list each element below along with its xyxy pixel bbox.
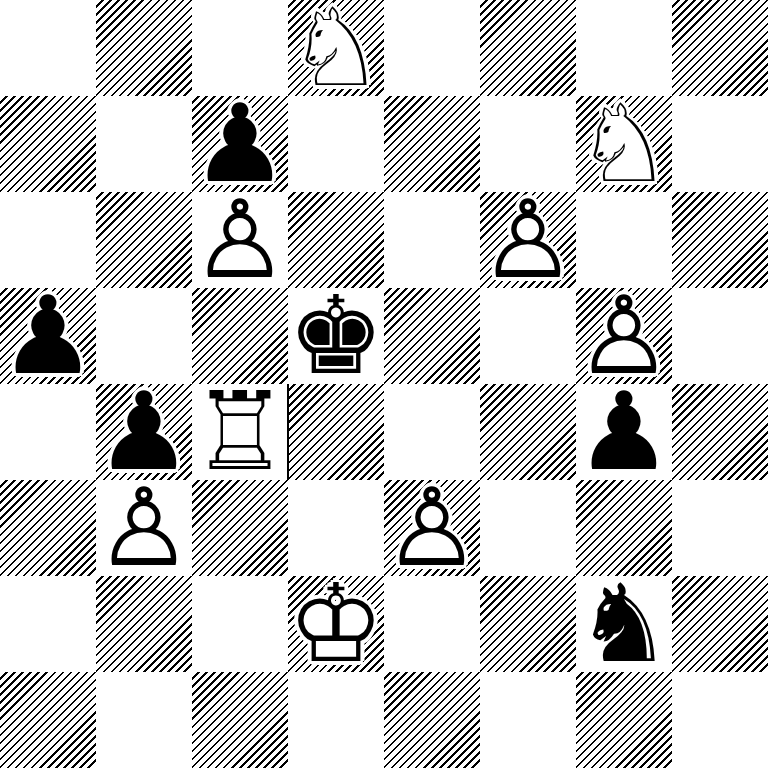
white-rook-halo: ♜ — [192, 384, 288, 480]
square-h8[interactable] — [672, 0, 768, 96]
white-knight-halo: ♞ — [576, 96, 672, 192]
square-c3[interactable] — [192, 480, 288, 576]
white-pawn-piece: ♙ — [576, 288, 672, 384]
chess-board: ♞♘♟♟♞♘♟♙♟♙♟♟♚♚♟♙♟♟♜♖♟♟♟♙♟♙♚♔♞♞ — [0, 0, 768, 768]
white-pawn-piece: ♙ — [96, 480, 192, 576]
square-a7[interactable] — [0, 96, 96, 192]
square-g4[interactable]: ♟♟ — [576, 384, 672, 480]
square-f5[interactable] — [480, 288, 576, 384]
square-a8[interactable] — [0, 0, 96, 96]
white-knight-piece: ♘ — [576, 96, 672, 192]
black-king-halo: ♚ — [288, 288, 384, 384]
square-c7[interactable]: ♟♟ — [192, 96, 288, 192]
artifact-line — [287, 384, 289, 480]
square-b6[interactable] — [96, 192, 192, 288]
square-f2[interactable] — [480, 576, 576, 672]
square-g1[interactable] — [576, 672, 672, 768]
square-a3[interactable] — [0, 480, 96, 576]
square-f1[interactable] — [480, 672, 576, 768]
black-pawn-halo: ♟ — [576, 384, 672, 480]
black-king-piece: ♚ — [288, 288, 384, 384]
square-e7[interactable] — [384, 96, 480, 192]
square-h6[interactable] — [672, 192, 768, 288]
white-pawn-halo: ♟ — [192, 192, 288, 288]
square-d3[interactable] — [288, 480, 384, 576]
square-f7[interactable] — [480, 96, 576, 192]
square-d2[interactable]: ♚♔ — [288, 576, 384, 672]
square-e3[interactable]: ♟♙ — [384, 480, 480, 576]
white-rook-piece: ♖ — [192, 384, 288, 480]
square-c4[interactable]: ♜♖ — [192, 384, 288, 480]
square-a2[interactable] — [0, 576, 96, 672]
square-b2[interactable] — [96, 576, 192, 672]
square-d4[interactable] — [288, 384, 384, 480]
square-h1[interactable] — [672, 672, 768, 768]
square-b4[interactable]: ♟♟ — [96, 384, 192, 480]
black-knight-halo: ♞ — [576, 576, 672, 672]
square-f8[interactable] — [480, 0, 576, 96]
white-pawn-halo: ♟ — [96, 480, 192, 576]
black-pawn-piece: ♟ — [576, 384, 672, 480]
square-e4[interactable] — [384, 384, 480, 480]
square-g2[interactable]: ♞♞ — [576, 576, 672, 672]
square-a4[interactable] — [0, 384, 96, 480]
square-b5[interactable] — [96, 288, 192, 384]
square-f4[interactable] — [480, 384, 576, 480]
square-f3[interactable] — [480, 480, 576, 576]
white-king-halo: ♚ — [288, 576, 384, 672]
black-pawn-piece: ♟ — [192, 96, 288, 192]
black-pawn-piece: ♟ — [96, 384, 192, 480]
square-a1[interactable] — [0, 672, 96, 768]
square-d5[interactable]: ♚♚ — [288, 288, 384, 384]
white-pawn-halo: ♟ — [480, 192, 576, 288]
square-d6[interactable] — [288, 192, 384, 288]
square-c2[interactable] — [192, 576, 288, 672]
square-e1[interactable] — [384, 672, 480, 768]
square-g8[interactable] — [576, 0, 672, 96]
square-c1[interactable] — [192, 672, 288, 768]
square-b1[interactable] — [96, 672, 192, 768]
square-b8[interactable] — [96, 0, 192, 96]
square-e2[interactable] — [384, 576, 480, 672]
square-h2[interactable] — [672, 576, 768, 672]
white-king-piece: ♔ — [288, 576, 384, 672]
square-h3[interactable] — [672, 480, 768, 576]
square-b3[interactable]: ♟♙ — [96, 480, 192, 576]
black-knight-piece: ♞ — [576, 576, 672, 672]
black-pawn-halo: ♟ — [96, 384, 192, 480]
square-e8[interactable] — [384, 0, 480, 96]
white-pawn-piece: ♙ — [384, 480, 480, 576]
black-pawn-piece: ♟ — [0, 288, 96, 384]
white-pawn-piece: ♙ — [192, 192, 288, 288]
square-d8[interactable]: ♞♘ — [288, 0, 384, 96]
square-h7[interactable] — [672, 96, 768, 192]
square-d1[interactable] — [288, 672, 384, 768]
square-a5[interactable]: ♟♟ — [0, 288, 96, 384]
black-pawn-halo: ♟ — [192, 96, 288, 192]
square-e5[interactable] — [384, 288, 480, 384]
white-pawn-piece: ♙ — [480, 192, 576, 288]
square-a6[interactable] — [0, 192, 96, 288]
white-knight-halo: ♞ — [288, 0, 384, 96]
chess-board-container: ♞♘♟♟♞♘♟♙♟♙♟♟♚♚♟♙♟♟♜♖♟♟♟♙♟♙♚♔♞♞ — [0, 0, 768, 768]
square-h5[interactable] — [672, 288, 768, 384]
white-pawn-halo: ♟ — [384, 480, 480, 576]
square-h4[interactable] — [672, 384, 768, 480]
square-g6[interactable] — [576, 192, 672, 288]
square-d7[interactable] — [288, 96, 384, 192]
square-c5[interactable] — [192, 288, 288, 384]
square-b7[interactable] — [96, 96, 192, 192]
square-g3[interactable] — [576, 480, 672, 576]
square-c8[interactable] — [192, 0, 288, 96]
square-f6[interactable]: ♟♙ — [480, 192, 576, 288]
black-pawn-halo: ♟ — [0, 288, 96, 384]
white-knight-piece: ♘ — [288, 0, 384, 96]
square-g7[interactable]: ♞♘ — [576, 96, 672, 192]
white-pawn-halo: ♟ — [576, 288, 672, 384]
square-c6[interactable]: ♟♙ — [192, 192, 288, 288]
square-e6[interactable] — [384, 192, 480, 288]
square-g5[interactable]: ♟♙ — [576, 288, 672, 384]
